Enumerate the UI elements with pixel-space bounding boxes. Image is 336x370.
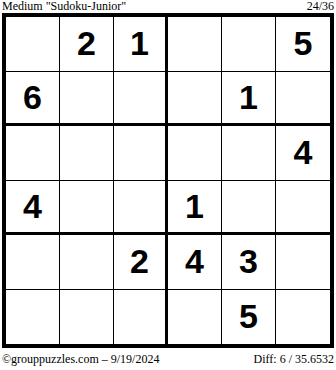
cell-r5c1[interactable] [6,235,60,290]
puzzle-title: Medium "Sudoku-Junior" [2,0,126,13]
difficulty-text: Diff: 6 / 35.6532 [254,353,334,366]
cell-r2c3[interactable] [114,72,168,127]
cell-r6c5[interactable]: 5 [222,290,276,345]
cell-r3c3[interactable] [114,126,168,181]
cell-r1c2[interactable]: 2 [60,17,114,72]
cell-r4c6[interactable] [276,181,330,236]
cell-r3c4[interactable] [168,126,222,181]
cell-r1c5[interactable] [222,17,276,72]
cell-r6c4[interactable] [168,290,222,345]
cell-r5c4[interactable]: 4 [168,235,222,290]
cell-r5c6[interactable] [276,235,330,290]
cell-r3c2[interactable] [60,126,114,181]
copyright-text: ©grouppuzzles.com – 9/19/2024 [2,353,159,366]
cell-r4c3[interactable] [114,181,168,236]
puzzle-page: Medium "Sudoku-Junior" 24/36 21561441243… [0,0,336,370]
cell-r3c6[interactable]: 4 [276,126,330,181]
cell-r3c5[interactable] [222,126,276,181]
cell-r1c1[interactable] [6,17,60,72]
puzzle-counter: 24/36 [307,0,334,13]
cell-r6c2[interactable] [60,290,114,345]
cell-r4c1[interactable]: 4 [6,181,60,236]
cell-r4c4[interactable]: 1 [168,181,222,236]
cell-r4c5[interactable] [222,181,276,236]
cell-r5c2[interactable] [60,235,114,290]
cell-r6c1[interactable] [6,290,60,345]
cell-r5c5[interactable]: 3 [222,235,276,290]
cell-r1c4[interactable] [168,17,222,72]
cell-r2c5[interactable]: 1 [222,72,276,127]
cell-r1c3[interactable]: 1 [114,17,168,72]
cell-r2c2[interactable] [60,72,114,127]
sudoku-board: 215614412435 [2,13,334,348]
cell-r6c3[interactable] [114,290,168,345]
cell-r1c6[interactable]: 5 [276,17,330,72]
cell-r3c1[interactable] [6,126,60,181]
cell-r2c6[interactable] [276,72,330,127]
cell-r5c3[interactable]: 2 [114,235,168,290]
cell-r2c1[interactable]: 6 [6,72,60,127]
cell-r2c4[interactable] [168,72,222,127]
cell-r6c6[interactable] [276,290,330,345]
cell-r4c2[interactable] [60,181,114,236]
